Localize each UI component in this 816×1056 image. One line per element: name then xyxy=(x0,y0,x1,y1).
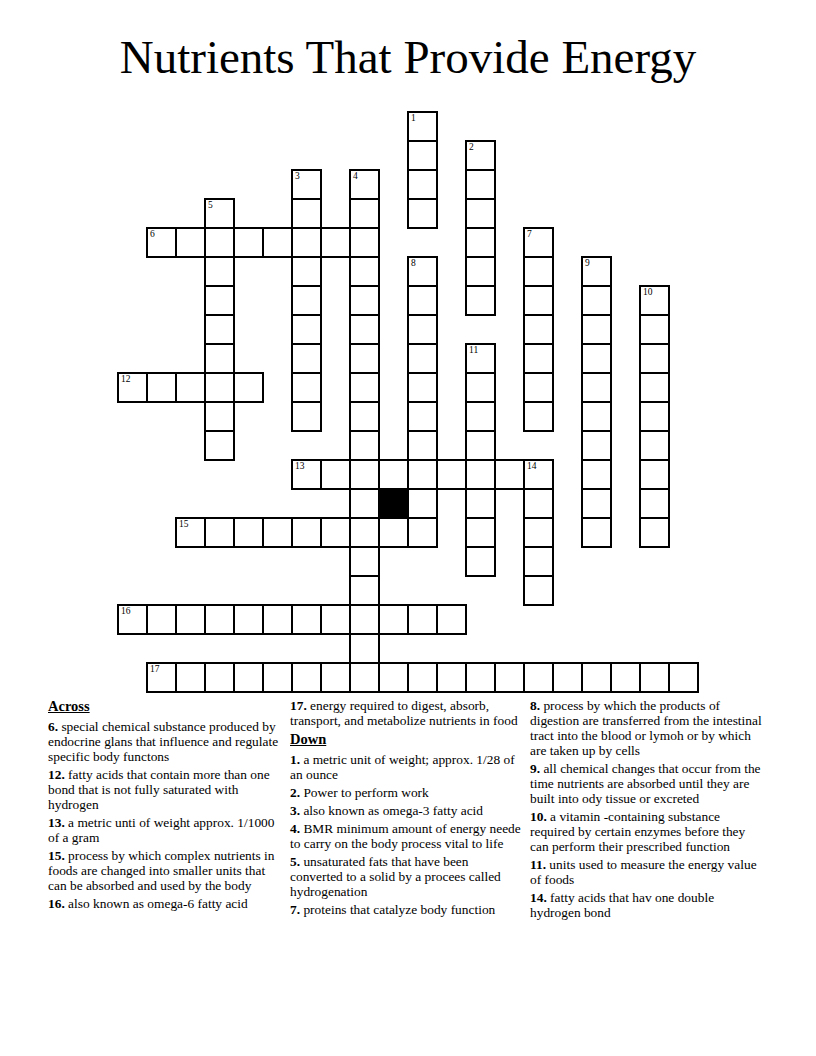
cell-r19-c15[interactable] xyxy=(552,662,583,693)
cell-r19-c18[interactable] xyxy=(639,662,670,693)
clue-label: 2. xyxy=(290,785,300,800)
cell-r17-c3[interactable] xyxy=(204,604,235,635)
clue-label: 3. xyxy=(290,803,300,818)
clue-text: process by which complex nutrients in fo… xyxy=(48,848,275,893)
crossword-grid: 1234567891011121314151617 xyxy=(117,111,699,693)
cell-r9-c16[interactable] xyxy=(581,372,612,403)
clue-label: 4. xyxy=(290,821,300,836)
clue-11: 11. units used to measure the energy val… xyxy=(530,857,767,887)
cell-r12-c16[interactable] xyxy=(581,459,612,490)
cell-r13-c14[interactable] xyxy=(523,488,554,519)
cell-r7-c3[interactable] xyxy=(204,314,235,345)
clue-number-14: 14 xyxy=(527,461,537,471)
clue-text: process by which the products of digesti… xyxy=(530,698,762,758)
cell-r5-c16[interactable]: 9 xyxy=(581,256,612,287)
cell-r19-c5[interactable] xyxy=(262,662,293,693)
cell-r12-c10[interactable] xyxy=(407,459,438,490)
cell-r13-c16[interactable] xyxy=(581,488,612,519)
clue-label: 14. xyxy=(530,890,547,905)
cell-r13-c18[interactable] xyxy=(639,488,670,519)
clue-number-5: 5 xyxy=(208,200,213,210)
clue-label: 17. xyxy=(290,698,307,713)
clue-label: 8. xyxy=(530,698,540,713)
clue-number-17: 17 xyxy=(150,664,160,674)
cell-r19-c4[interactable] xyxy=(233,662,264,693)
cell-r13-c8[interactable] xyxy=(349,488,380,519)
clue-label: 13. xyxy=(48,815,65,830)
cell-r4-c8[interactable] xyxy=(349,227,380,258)
cell-r17-c6[interactable] xyxy=(291,604,322,635)
cell-r8-c16[interactable] xyxy=(581,343,612,374)
cell-r19-c1[interactable]: 17 xyxy=(146,662,177,693)
clue-text: proteins that catalyze body function xyxy=(303,902,495,917)
cell-r6-c12[interactable] xyxy=(465,285,496,316)
cell-r7-c6[interactable] xyxy=(291,314,322,345)
clue-13: 13. a metric unti of weight approx. 1/10… xyxy=(48,815,285,845)
clue-number-16: 16 xyxy=(121,606,131,616)
cell-r15-c8[interactable] xyxy=(349,546,380,577)
clue-number-12: 12 xyxy=(121,374,131,384)
clue-4: 4. BMR minimum amount of energy neede to… xyxy=(290,821,524,851)
cell-r18-c8[interactable] xyxy=(349,633,380,664)
cell-r6-c10[interactable] xyxy=(407,285,438,316)
clue-5: 5. unsaturated fats that have been conve… xyxy=(290,854,524,899)
clue-10: 10. a vitamin -containing substance requ… xyxy=(530,809,767,854)
cell-r5-c8[interactable] xyxy=(349,256,380,287)
cell-r10-c3[interactable] xyxy=(204,401,235,432)
cell-r14-c14[interactable] xyxy=(523,517,554,548)
cell-r10-c14[interactable] xyxy=(523,401,554,432)
cell-r19-c8[interactable] xyxy=(349,662,380,693)
clue-column-2: 17. energy required to digest, absorb, t… xyxy=(290,698,524,920)
clue-number-4: 4 xyxy=(353,171,358,181)
cell-r15-c12[interactable] xyxy=(465,546,496,577)
page-title: Nutrients That Provide Energy xyxy=(0,30,816,84)
cell-r8-c8[interactable] xyxy=(349,343,380,374)
cell-r4-c1[interactable]: 6 xyxy=(146,227,177,258)
clue-text: a vitamin -containing substance required… xyxy=(530,809,745,854)
clue-column-3: 8. process by which the products of dige… xyxy=(530,698,767,923)
cell-r19-c19[interactable] xyxy=(668,662,699,693)
cell-r14-c18[interactable] xyxy=(639,517,670,548)
cell-r19-c3[interactable] xyxy=(204,662,235,693)
cell-r3-c6[interactable] xyxy=(291,198,322,229)
cell-r2-c12[interactable] xyxy=(465,169,496,200)
cell-r9-c2[interactable] xyxy=(175,372,206,403)
clue-7: 7. proteins that catalyze body function xyxy=(290,902,524,917)
clue-number-10: 10 xyxy=(643,287,653,297)
cell-r1-c12[interactable]: 2 xyxy=(465,140,496,171)
clue-number-3: 3 xyxy=(295,171,300,181)
cell-r9-c18[interactable] xyxy=(639,372,670,403)
clue-text: a metric unti of weight approx. 1/1000 o… xyxy=(48,815,275,845)
cell-r7-c10[interactable] xyxy=(407,314,438,345)
cell-r19-c2[interactable] xyxy=(175,662,206,693)
clue-label: 9. xyxy=(530,761,540,776)
cell-r17-c11[interactable] xyxy=(436,604,467,635)
cell-r15-c14[interactable] xyxy=(523,546,554,577)
cell-r14-c10[interactable] xyxy=(407,517,438,548)
cell-r2-c8[interactable]: 4 xyxy=(349,169,380,200)
cell-r14-c2[interactable]: 15 xyxy=(175,517,206,548)
cell-r17-c8[interactable] xyxy=(349,604,380,635)
cell-r3-c10[interactable] xyxy=(407,198,438,229)
clue-text: BMR minimum amount of energy neede to ca… xyxy=(290,821,521,851)
clue-label: 7. xyxy=(290,902,300,917)
cell-r10-c8[interactable] xyxy=(349,401,380,432)
cell-r5-c6[interactable] xyxy=(291,256,322,287)
cell-r19-c6[interactable] xyxy=(291,662,322,693)
cell-r17-c4[interactable] xyxy=(233,604,264,635)
cell-r12-c6[interactable]: 13 xyxy=(291,459,322,490)
clue-text: a metric unit of weight; approx. 1/28 of… xyxy=(290,752,515,782)
clue-14: 14. fatty acids that hav one double hydr… xyxy=(530,890,767,920)
cell-r19-c14[interactable] xyxy=(523,662,554,693)
clue-number-7: 7 xyxy=(527,229,532,239)
cell-r9-c8[interactable] xyxy=(349,372,380,403)
cell-r8-c3[interactable] xyxy=(204,343,235,374)
clue-9: 9. all chemical changes that occur from … xyxy=(530,761,767,806)
cell-r19-c12[interactable] xyxy=(465,662,496,693)
cell-r11-c10[interactable] xyxy=(407,430,438,461)
cell-r14-c3[interactable] xyxy=(204,517,235,548)
clue-label: 16. xyxy=(48,896,65,911)
clue-number-13: 13 xyxy=(295,461,305,471)
clue-2: 2. Power to perform work xyxy=(290,785,524,800)
clue-label: 12. xyxy=(48,767,65,782)
cell-r7-c14[interactable] xyxy=(523,314,554,345)
cell-r14-c6[interactable] xyxy=(291,517,322,548)
cell-r13-c12[interactable] xyxy=(465,488,496,519)
cell-r12-c14[interactable]: 14 xyxy=(523,459,554,490)
cell-r14-c7[interactable] xyxy=(320,517,351,548)
cell-r11-c12[interactable] xyxy=(465,430,496,461)
cell-r7-c18[interactable] xyxy=(639,314,670,345)
cell-r12-c9[interactable] xyxy=(378,459,409,490)
cell-r6-c16[interactable] xyxy=(581,285,612,316)
clue-text: energy required to digest, absorb, trans… xyxy=(290,698,518,728)
clue-text: fatty acids that contain more than one b… xyxy=(48,767,270,812)
cell-r8-c10[interactable] xyxy=(407,343,438,374)
cell-r1-c10[interactable] xyxy=(407,140,438,171)
cell-r11-c18[interactable] xyxy=(639,430,670,461)
cell-r14-c4[interactable] xyxy=(233,517,264,548)
cell-r19-c11[interactable] xyxy=(436,662,467,693)
cell-r5-c14[interactable] xyxy=(523,256,554,287)
cell-r9-c14[interactable] xyxy=(523,372,554,403)
cell-r14-c12[interactable] xyxy=(465,517,496,548)
cell-r12-c13[interactable] xyxy=(494,459,525,490)
cell-r3-c3[interactable]: 5 xyxy=(204,198,235,229)
cell-r0-c10[interactable]: 1 xyxy=(407,111,438,142)
cell-r6-c3[interactable] xyxy=(204,285,235,316)
cell-r17-c5[interactable] xyxy=(262,604,293,635)
clue-text: Power to perform work xyxy=(303,785,428,800)
cell-r12-c18[interactable] xyxy=(639,459,670,490)
clue-label: 6. xyxy=(48,719,58,734)
clue-number-15: 15 xyxy=(179,519,189,529)
cell-r5-c12[interactable] xyxy=(465,256,496,287)
clue-1: 1. a metric unit of weight; approx. 1/28… xyxy=(290,752,524,782)
cell-r14-c5[interactable] xyxy=(262,517,293,548)
cell-r19-c9[interactable] xyxy=(378,662,409,693)
clue-text: also known as omega-3 fatty acid xyxy=(303,803,483,818)
cell-r19-c16[interactable] xyxy=(581,662,612,693)
cell-r9-c10[interactable] xyxy=(407,372,438,403)
cell-r11-c8[interactable] xyxy=(349,430,380,461)
cell-r9-c1[interactable] xyxy=(146,372,177,403)
clue-column-1: Across6. special chemical substance prod… xyxy=(48,698,285,914)
cell-r8-c14[interactable] xyxy=(523,343,554,374)
cell-r17-c9[interactable] xyxy=(378,604,409,635)
cell-r12-c8[interactable] xyxy=(349,459,380,490)
clue-label: 11. xyxy=(530,857,546,872)
clue-text: fatty acids that hav one double hydrogen… xyxy=(530,890,714,920)
clue-number-8: 8 xyxy=(411,258,416,268)
cell-r17-c1[interactable] xyxy=(146,604,177,635)
cell-r10-c16[interactable] xyxy=(581,401,612,432)
cell-r19-c7[interactable] xyxy=(320,662,351,693)
clue-list-header-across: Across xyxy=(48,698,285,714)
clue-number-11: 11 xyxy=(469,345,478,355)
crossword-worksheet-page: Nutrients That Provide Energy 1234567891… xyxy=(0,0,816,1056)
clue-label: 15. xyxy=(48,848,65,863)
cell-r10-c18[interactable] xyxy=(639,401,670,432)
cell-r4-c7[interactable] xyxy=(320,227,351,258)
cell-r11-c16[interactable] xyxy=(581,430,612,461)
cell-r4-c3[interactable] xyxy=(204,227,235,258)
cell-r14-c9[interactable] xyxy=(378,517,409,548)
cell-r8-c12[interactable]: 11 xyxy=(465,343,496,374)
clue-text: all chemical changes that occur from the… xyxy=(530,761,761,806)
cell-r17-c10[interactable] xyxy=(407,604,438,635)
cell-r14-c8[interactable] xyxy=(349,517,380,548)
clue-text: special chemical substance produced by e… xyxy=(48,719,278,764)
cell-r12-c12[interactable] xyxy=(465,459,496,490)
cell-r6-c6[interactable] xyxy=(291,285,322,316)
cell-r9-c3[interactable] xyxy=(204,372,235,403)
clue-17: 17. energy required to digest, absorb, t… xyxy=(290,698,524,728)
clue-label: 10. xyxy=(530,809,547,824)
cell-r4-c6[interactable] xyxy=(291,227,322,258)
cell-r8-c6[interactable] xyxy=(291,343,322,374)
cell-r9-c4[interactable] xyxy=(233,372,264,403)
clue-15: 15. process by which complex nutrients i… xyxy=(48,848,285,893)
cell-r6-c14[interactable] xyxy=(523,285,554,316)
cell-r19-c10[interactable] xyxy=(407,662,438,693)
cell-r7-c8[interactable] xyxy=(349,314,380,345)
clue-label: 1. xyxy=(290,752,300,767)
clue-text: unsaturated fats that have been converte… xyxy=(290,854,501,899)
clue-text: also known as omega-6 fatty acid xyxy=(68,896,248,911)
cell-r12-c7[interactable] xyxy=(320,459,351,490)
cell-r4-c12[interactable] xyxy=(465,227,496,258)
clue-number-2: 2 xyxy=(469,142,474,152)
cell-r4-c14[interactable]: 7 xyxy=(523,227,554,258)
cell-r4-c2[interactable] xyxy=(175,227,206,258)
clue-number-6: 6 xyxy=(150,229,155,239)
cell-r17-c7[interactable] xyxy=(320,604,351,635)
cell-r2-c10[interactable] xyxy=(407,169,438,200)
cell-r17-c0[interactable]: 16 xyxy=(117,604,148,635)
cell-r14-c16[interactable] xyxy=(581,517,612,548)
blocked-cell-r13-c9 xyxy=(378,488,409,519)
cell-r19-c13[interactable] xyxy=(494,662,525,693)
cell-r9-c6[interactable] xyxy=(291,372,322,403)
clue-16: 16. also known as omega-6 fatty acid xyxy=(48,896,285,911)
cell-r2-c6[interactable]: 3 xyxy=(291,169,322,200)
clue-3: 3. also known as omega-3 fatty acid xyxy=(290,803,524,818)
cell-r17-c2[interactable] xyxy=(175,604,206,635)
cell-r16-c14[interactable] xyxy=(523,575,554,606)
cell-r5-c10[interactable]: 8 xyxy=(407,256,438,287)
clue-6: 6. special chemical substance produced b… xyxy=(48,719,285,764)
cell-r3-c12[interactable] xyxy=(465,198,496,229)
cell-r16-c8[interactable] xyxy=(349,575,380,606)
cell-r3-c8[interactable] xyxy=(349,198,380,229)
cell-r9-c12[interactable] xyxy=(465,372,496,403)
cell-r6-c18[interactable]: 10 xyxy=(639,285,670,316)
cell-r5-c3[interactable] xyxy=(204,256,235,287)
clue-number-1: 1 xyxy=(411,113,416,123)
clue-list-header-down: Down xyxy=(290,731,524,747)
cell-r8-c18[interactable] xyxy=(639,343,670,374)
cell-r11-c3[interactable] xyxy=(204,430,235,461)
clue-text: units used to measure the energy value o… xyxy=(530,857,757,887)
cell-r10-c10[interactable] xyxy=(407,401,438,432)
cell-r4-c4[interactable] xyxy=(233,227,264,258)
cell-r7-c16[interactable] xyxy=(581,314,612,345)
cell-r4-c5[interactable] xyxy=(262,227,293,258)
cell-r10-c6[interactable] xyxy=(291,401,322,432)
clue-8: 8. process by which the products of dige… xyxy=(530,698,767,758)
clue-label: 5. xyxy=(290,854,300,869)
cell-r6-c8[interactable] xyxy=(349,285,380,316)
cell-r13-c10[interactable] xyxy=(407,488,438,519)
cell-r19-c17[interactable] xyxy=(610,662,641,693)
cell-r10-c12[interactable] xyxy=(465,401,496,432)
cell-r9-c0[interactable]: 12 xyxy=(117,372,148,403)
clue-number-9: 9 xyxy=(585,258,590,268)
cell-r12-c11[interactable] xyxy=(436,459,467,490)
clue-12: 12. fatty acids that contain more than o… xyxy=(48,767,285,812)
